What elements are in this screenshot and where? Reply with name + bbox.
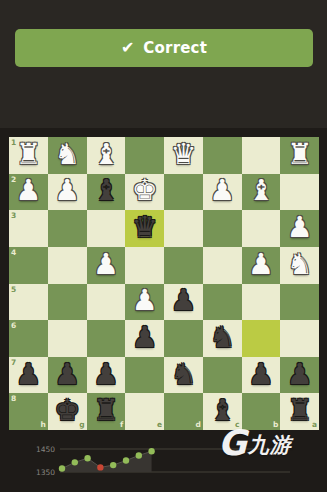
piece-wp-b4: ♟ bbox=[248, 250, 274, 279]
chart-point-2 bbox=[72, 459, 78, 465]
square-c1[interactable] bbox=[203, 137, 242, 174]
piece-br-a8: ♜ bbox=[287, 396, 313, 425]
square-e6[interactable]: ♟ bbox=[125, 320, 164, 357]
rating-chart-svg: 14501350 bbox=[0, 430, 327, 492]
square-f5[interactable] bbox=[87, 284, 126, 321]
piece-bp-h7: ♟ bbox=[15, 360, 41, 389]
square-h3[interactable]: 3 bbox=[9, 210, 48, 247]
square-g5[interactable] bbox=[48, 284, 87, 321]
rank-label-8: 8 bbox=[11, 395, 16, 403]
square-f3[interactable] bbox=[87, 210, 126, 247]
chart-point-8 bbox=[148, 448, 154, 454]
square-d3[interactable] bbox=[164, 210, 203, 247]
square-a3[interactable]: ♟ bbox=[280, 210, 319, 247]
piece-bn-d7: ♞ bbox=[170, 360, 196, 389]
square-f1[interactable]: ♝ bbox=[87, 137, 126, 174]
square-h7[interactable]: 7♟ bbox=[9, 357, 48, 394]
piece-wp-g2: ♟ bbox=[54, 176, 80, 205]
square-h6[interactable]: 6 bbox=[9, 320, 48, 357]
chart-point-7 bbox=[136, 452, 142, 458]
check-icon: ✔ bbox=[121, 40, 134, 56]
square-a6[interactable] bbox=[280, 320, 319, 357]
piece-bk-g8: ♚ bbox=[54, 396, 80, 425]
piece-bp-a7: ♟ bbox=[287, 360, 313, 389]
piece-bq-e3: ♛ bbox=[132, 213, 158, 242]
square-h8[interactable]: 8h bbox=[9, 393, 48, 430]
square-f2[interactable]: ♝ bbox=[87, 174, 126, 211]
svg-text:1450: 1450 bbox=[36, 445, 55, 454]
piece-br-f8: ♜ bbox=[93, 396, 119, 425]
square-b4[interactable]: ♟ bbox=[242, 247, 281, 284]
piece-wb-b2: ♝ bbox=[248, 176, 274, 205]
square-h2[interactable]: 2♟ bbox=[9, 174, 48, 211]
square-c4[interactable] bbox=[203, 247, 242, 284]
chart-point-3 bbox=[84, 455, 90, 461]
square-c8[interactable]: c♝ bbox=[203, 393, 242, 430]
header: ✔ Correct 1116 +12 0:12 bbox=[0, 0, 327, 128]
square-d7[interactable]: ♞ bbox=[164, 357, 203, 394]
piece-bb-c8: ♝ bbox=[209, 396, 235, 425]
piece-wr-a1: ♜ bbox=[287, 140, 313, 169]
square-e4[interactable] bbox=[125, 247, 164, 284]
file-label-f: f bbox=[120, 421, 123, 429]
piece-bp-d5: ♟ bbox=[170, 286, 196, 315]
piece-wn-a4: ♞ bbox=[287, 250, 313, 279]
square-a2[interactable] bbox=[280, 174, 319, 211]
square-a8[interactable]: a♜ bbox=[280, 393, 319, 430]
square-g6[interactable] bbox=[48, 320, 87, 357]
square-f4[interactable]: ♟ bbox=[87, 247, 126, 284]
chess-board: 1♜♞♝♛♜2♟♟♝♚♟♝3♛♟4♟♟♞5♟♟6♟♞7♟♟♟♞♟♟8hg♚f♜e… bbox=[9, 137, 319, 430]
piece-wn-g1: ♞ bbox=[54, 140, 80, 169]
square-g2[interactable]: ♟ bbox=[48, 174, 87, 211]
square-f6[interactable] bbox=[87, 320, 126, 357]
square-b3[interactable] bbox=[242, 210, 281, 247]
square-c2[interactable]: ♟ bbox=[203, 174, 242, 211]
chart-point-6 bbox=[123, 457, 129, 463]
square-d8[interactable]: d bbox=[164, 393, 203, 430]
file-label-a: a bbox=[312, 421, 317, 429]
square-h5[interactable]: 5 bbox=[9, 284, 48, 321]
square-c7[interactable] bbox=[203, 357, 242, 394]
square-b8[interactable]: b bbox=[242, 393, 281, 430]
square-e7[interactable] bbox=[125, 357, 164, 394]
file-label-e: e bbox=[157, 421, 162, 429]
square-b1[interactable] bbox=[242, 137, 281, 174]
svg-text:1350: 1350 bbox=[36, 468, 55, 477]
rank-label-6: 6 bbox=[11, 322, 16, 330]
piece-wp-f4: ♟ bbox=[93, 250, 119, 279]
chart-point-5 bbox=[110, 462, 116, 468]
square-d5[interactable]: ♟ bbox=[164, 284, 203, 321]
square-c3[interactable] bbox=[203, 210, 242, 247]
piece-bp-f7: ♟ bbox=[93, 360, 119, 389]
piece-wp-e5: ♟ bbox=[132, 286, 158, 315]
square-b6[interactable] bbox=[242, 320, 281, 357]
square-e1[interactable] bbox=[125, 137, 164, 174]
square-f8[interactable]: f♜ bbox=[87, 393, 126, 430]
square-g7[interactable]: ♟ bbox=[48, 357, 87, 394]
piece-wr-h1: ♜ bbox=[15, 140, 41, 169]
square-d6[interactable] bbox=[164, 320, 203, 357]
square-a4[interactable]: ♞ bbox=[280, 247, 319, 284]
square-c5[interactable] bbox=[203, 284, 242, 321]
rank-label-5: 5 bbox=[11, 286, 16, 294]
file-label-d: d bbox=[195, 421, 200, 429]
square-a5[interactable] bbox=[280, 284, 319, 321]
puzzle-screen: ✔ Correct 1116 +12 0:12 bbox=[0, 0, 327, 492]
piece-wp-c2: ♟ bbox=[209, 176, 235, 205]
square-g4[interactable] bbox=[48, 247, 87, 284]
piece-bn-c6: ♞ bbox=[209, 323, 235, 352]
square-h1[interactable]: 1♜ bbox=[9, 137, 48, 174]
player-bar: 1116 +12 0:12 bbox=[0, 68, 327, 126]
piece-bp-b7: ♟ bbox=[248, 360, 274, 389]
piece-wp-a3: ♟ bbox=[287, 213, 313, 242]
square-h4[interactable]: 4 bbox=[9, 247, 48, 284]
square-e3[interactable]: ♛ bbox=[125, 210, 164, 247]
piece-wk-e2: ♚ bbox=[132, 176, 158, 205]
piece-wq-d1: ♛ bbox=[170, 140, 196, 169]
piece-bp-g7: ♟ bbox=[54, 360, 80, 389]
square-b7[interactable]: ♟ bbox=[242, 357, 281, 394]
chart-point-4 bbox=[97, 464, 103, 470]
piece-bp-e6: ♟ bbox=[132, 323, 158, 352]
square-d2[interactable] bbox=[164, 174, 203, 211]
rating-chart: 14501350 bbox=[0, 430, 327, 492]
banner-label: Correct bbox=[143, 39, 207, 57]
square-e5[interactable]: ♟ bbox=[125, 284, 164, 321]
square-d1[interactable]: ♛ bbox=[164, 137, 203, 174]
square-g8[interactable]: g♚ bbox=[48, 393, 87, 430]
square-d4[interactable] bbox=[164, 247, 203, 284]
square-f7[interactable]: ♟ bbox=[87, 357, 126, 394]
square-a1[interactable]: ♜ bbox=[280, 137, 319, 174]
piece-wb-f1: ♝ bbox=[93, 140, 119, 169]
square-g3[interactable] bbox=[48, 210, 87, 247]
square-a7[interactable]: ♟ bbox=[280, 357, 319, 394]
piece-bb-f2: ♝ bbox=[93, 176, 119, 205]
file-label-c: c bbox=[235, 421, 239, 429]
rank-label-3: 3 bbox=[11, 212, 16, 220]
file-label-h: h bbox=[40, 421, 45, 429]
square-b5[interactable] bbox=[242, 284, 281, 321]
square-c6[interactable]: ♞ bbox=[203, 320, 242, 357]
square-e2[interactable]: ♚ bbox=[125, 174, 164, 211]
piece-wp-h2: ♟ bbox=[15, 176, 41, 205]
rank-label-4: 4 bbox=[11, 249, 16, 257]
square-g1[interactable]: ♞ bbox=[48, 137, 87, 174]
square-b2[interactable]: ♝ bbox=[242, 174, 281, 211]
file-label-b: b bbox=[273, 421, 278, 429]
chart-point-1 bbox=[59, 465, 65, 471]
square-e8[interactable]: e bbox=[125, 393, 164, 430]
correct-banner: ✔ Correct bbox=[15, 29, 313, 67]
